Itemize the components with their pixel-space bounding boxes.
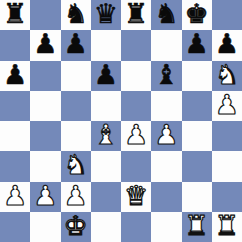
square-g4[interactable] — [182, 121, 212, 151]
square-d5[interactable] — [91, 91, 121, 121]
square-e3[interactable] — [121, 151, 151, 181]
square-c2[interactable]: ♟ — [61, 182, 91, 212]
piece-white-pawn[interactable]: ♟ — [33, 182, 57, 211]
piece-black-rook[interactable]: ♜ — [124, 0, 148, 29]
square-a5[interactable] — [0, 91, 30, 121]
square-b6[interactable] — [30, 61, 60, 91]
square-c7[interactable]: ♟ — [61, 30, 91, 60]
piece-black-queen[interactable]: ♛ — [94, 0, 118, 29]
square-b5[interactable] — [30, 91, 60, 121]
piece-black-pawn[interactable]: ♟ — [185, 30, 209, 59]
piece-white-pawn[interactable]: ♟ — [215, 91, 239, 120]
square-h1[interactable]: ♜ — [212, 212, 242, 242]
square-e1[interactable] — [121, 212, 151, 242]
square-c3[interactable]: ♞ — [61, 151, 91, 181]
square-g3[interactable] — [182, 151, 212, 181]
piece-black-king[interactable]: ♚ — [185, 0, 209, 29]
square-g2[interactable] — [182, 182, 212, 212]
square-d3[interactable] — [91, 151, 121, 181]
square-d7[interactable] — [91, 30, 121, 60]
square-b2[interactable]: ♟ — [30, 182, 60, 212]
square-b1[interactable] — [30, 212, 60, 242]
piece-black-bishop[interactable]: ♝ — [154, 61, 178, 90]
square-e8[interactable]: ♜ — [121, 0, 151, 30]
piece-black-rook[interactable]: ♜ — [3, 0, 27, 29]
piece-black-pawn[interactable]: ♟ — [94, 61, 118, 90]
square-a4[interactable] — [0, 121, 30, 151]
square-b7[interactable]: ♟ — [30, 30, 60, 60]
square-h7[interactable]: ♟ — [212, 30, 242, 60]
square-h2[interactable] — [212, 182, 242, 212]
piece-white-pawn[interactable]: ♟ — [124, 121, 148, 150]
square-a1[interactable] — [0, 212, 30, 242]
square-f2[interactable] — [151, 182, 181, 212]
square-a3[interactable] — [0, 151, 30, 181]
piece-black-pawn[interactable]: ♟ — [33, 30, 57, 59]
square-d1[interactable] — [91, 212, 121, 242]
square-c5[interactable] — [61, 91, 91, 121]
square-a2[interactable]: ♟ — [0, 182, 30, 212]
square-d6[interactable]: ♟ — [91, 61, 121, 91]
square-c1[interactable]: ♚ — [61, 212, 91, 242]
square-h4[interactable] — [212, 121, 242, 151]
square-f7[interactable] — [151, 30, 181, 60]
piece-black-pawn[interactable]: ♟ — [215, 30, 239, 59]
square-h6[interactable]: ♞ — [212, 61, 242, 91]
square-e4[interactable]: ♟ — [121, 121, 151, 151]
square-c6[interactable] — [61, 61, 91, 91]
square-d4[interactable]: ♝ — [91, 121, 121, 151]
square-g7[interactable]: ♟ — [182, 30, 212, 60]
square-b4[interactable] — [30, 121, 60, 151]
piece-white-pawn[interactable]: ♟ — [154, 121, 178, 150]
piece-white-rook[interactable]: ♜ — [185, 212, 209, 241]
square-e7[interactable] — [121, 30, 151, 60]
piece-white-pawn[interactable]: ♟ — [3, 182, 27, 211]
square-d2[interactable] — [91, 182, 121, 212]
square-g5[interactable] — [182, 91, 212, 121]
piece-white-knight[interactable]: ♞ — [64, 151, 88, 180]
piece-white-rook[interactable]: ♜ — [215, 212, 239, 241]
square-e2[interactable]: ♛ — [121, 182, 151, 212]
square-f4[interactable]: ♟ — [151, 121, 181, 151]
square-f5[interactable] — [151, 91, 181, 121]
piece-black-pawn[interactable]: ♟ — [64, 30, 88, 59]
square-c8[interactable]: ♞ — [61, 0, 91, 30]
square-f6[interactable]: ♝ — [151, 61, 181, 91]
square-h5[interactable]: ♟ — [212, 91, 242, 121]
square-b3[interactable] — [30, 151, 60, 181]
square-f1[interactable] — [151, 212, 181, 242]
square-a6[interactable]: ♟ — [0, 61, 30, 91]
square-a7[interactable] — [0, 30, 30, 60]
square-g8[interactable]: ♚ — [182, 0, 212, 30]
piece-black-knight[interactable]: ♞ — [154, 0, 178, 29]
square-h8[interactable] — [212, 0, 242, 30]
square-a8[interactable]: ♜ — [0, 0, 30, 30]
piece-white-knight[interactable]: ♞ — [215, 61, 239, 90]
square-g6[interactable] — [182, 61, 212, 91]
square-b8[interactable] — [30, 0, 60, 30]
piece-white-bishop[interactable]: ♝ — [94, 121, 118, 150]
chess-board: ♜♞♛♜♞♚♟♟♟♟♟♟♝♞♟♝♟♟♞♟♟♟♛♚♜♜ — [0, 0, 242, 242]
square-h3[interactable] — [212, 151, 242, 181]
piece-white-king[interactable]: ♚ — [64, 212, 88, 241]
piece-white-queen[interactable]: ♛ — [124, 182, 148, 211]
piece-black-knight[interactable]: ♞ — [64, 0, 88, 29]
piece-black-pawn[interactable]: ♟ — [3, 61, 27, 90]
square-c4[interactable] — [61, 121, 91, 151]
square-g1[interactable]: ♜ — [182, 212, 212, 242]
piece-white-pawn[interactable]: ♟ — [64, 182, 88, 211]
square-f3[interactable] — [151, 151, 181, 181]
square-e6[interactable] — [121, 61, 151, 91]
square-f8[interactable]: ♞ — [151, 0, 181, 30]
square-d8[interactable]: ♛ — [91, 0, 121, 30]
square-e5[interactable] — [121, 91, 151, 121]
